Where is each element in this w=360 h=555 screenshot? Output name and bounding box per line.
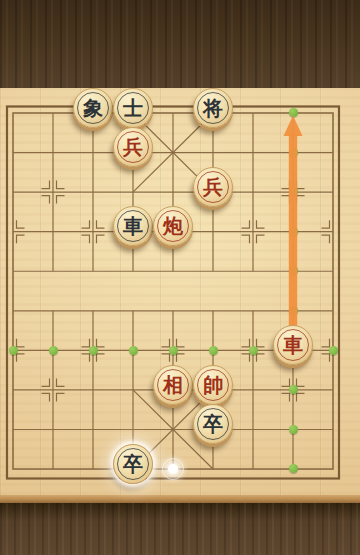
piece-glyph: 卒 [123, 454, 143, 474]
piece-black-soldier[interactable]: 卒 [193, 404, 233, 444]
piece-glyph: 車 [283, 335, 303, 355]
piece-red-general[interactable]: 帥 [193, 365, 233, 405]
piece-glyph: 炮 [163, 216, 183, 236]
piece-glyph: 兵 [123, 137, 143, 157]
piece-red-chariot[interactable]: 車 [273, 325, 313, 365]
piece-glyph: 士 [123, 98, 143, 118]
piece-black-elephant[interactable]: 象 [73, 88, 113, 128]
piece-black-general[interactable]: 将 [193, 88, 233, 128]
piece-glyph: 兵 [203, 177, 223, 197]
piece-glyph: 車 [123, 216, 143, 236]
piece-black-soldier[interactable]: 卒 [113, 444, 153, 484]
move-origin-marker [168, 464, 178, 474]
piece-glyph: 卒 [203, 414, 223, 434]
piece-red-soldier[interactable]: 兵 [193, 167, 233, 207]
piece-red-soldier[interactable]: 兵 [113, 127, 153, 167]
piece-red-cannon[interactable]: 炮 [153, 206, 193, 246]
piece-glyph: 帥 [203, 375, 223, 395]
piece-black-chariot[interactable]: 車 [113, 206, 153, 246]
piece-red-elephant[interactable]: 相 [153, 365, 193, 405]
piece-glyph: 象 [83, 98, 103, 118]
xiangqi-game-screen: 象士将兵兵車炮車相帥卒卒 [0, 0, 360, 555]
piece-glyph: 相 [163, 375, 183, 395]
piece-black-advisor[interactable]: 士 [113, 88, 153, 128]
piece-glyph: 将 [203, 98, 223, 118]
